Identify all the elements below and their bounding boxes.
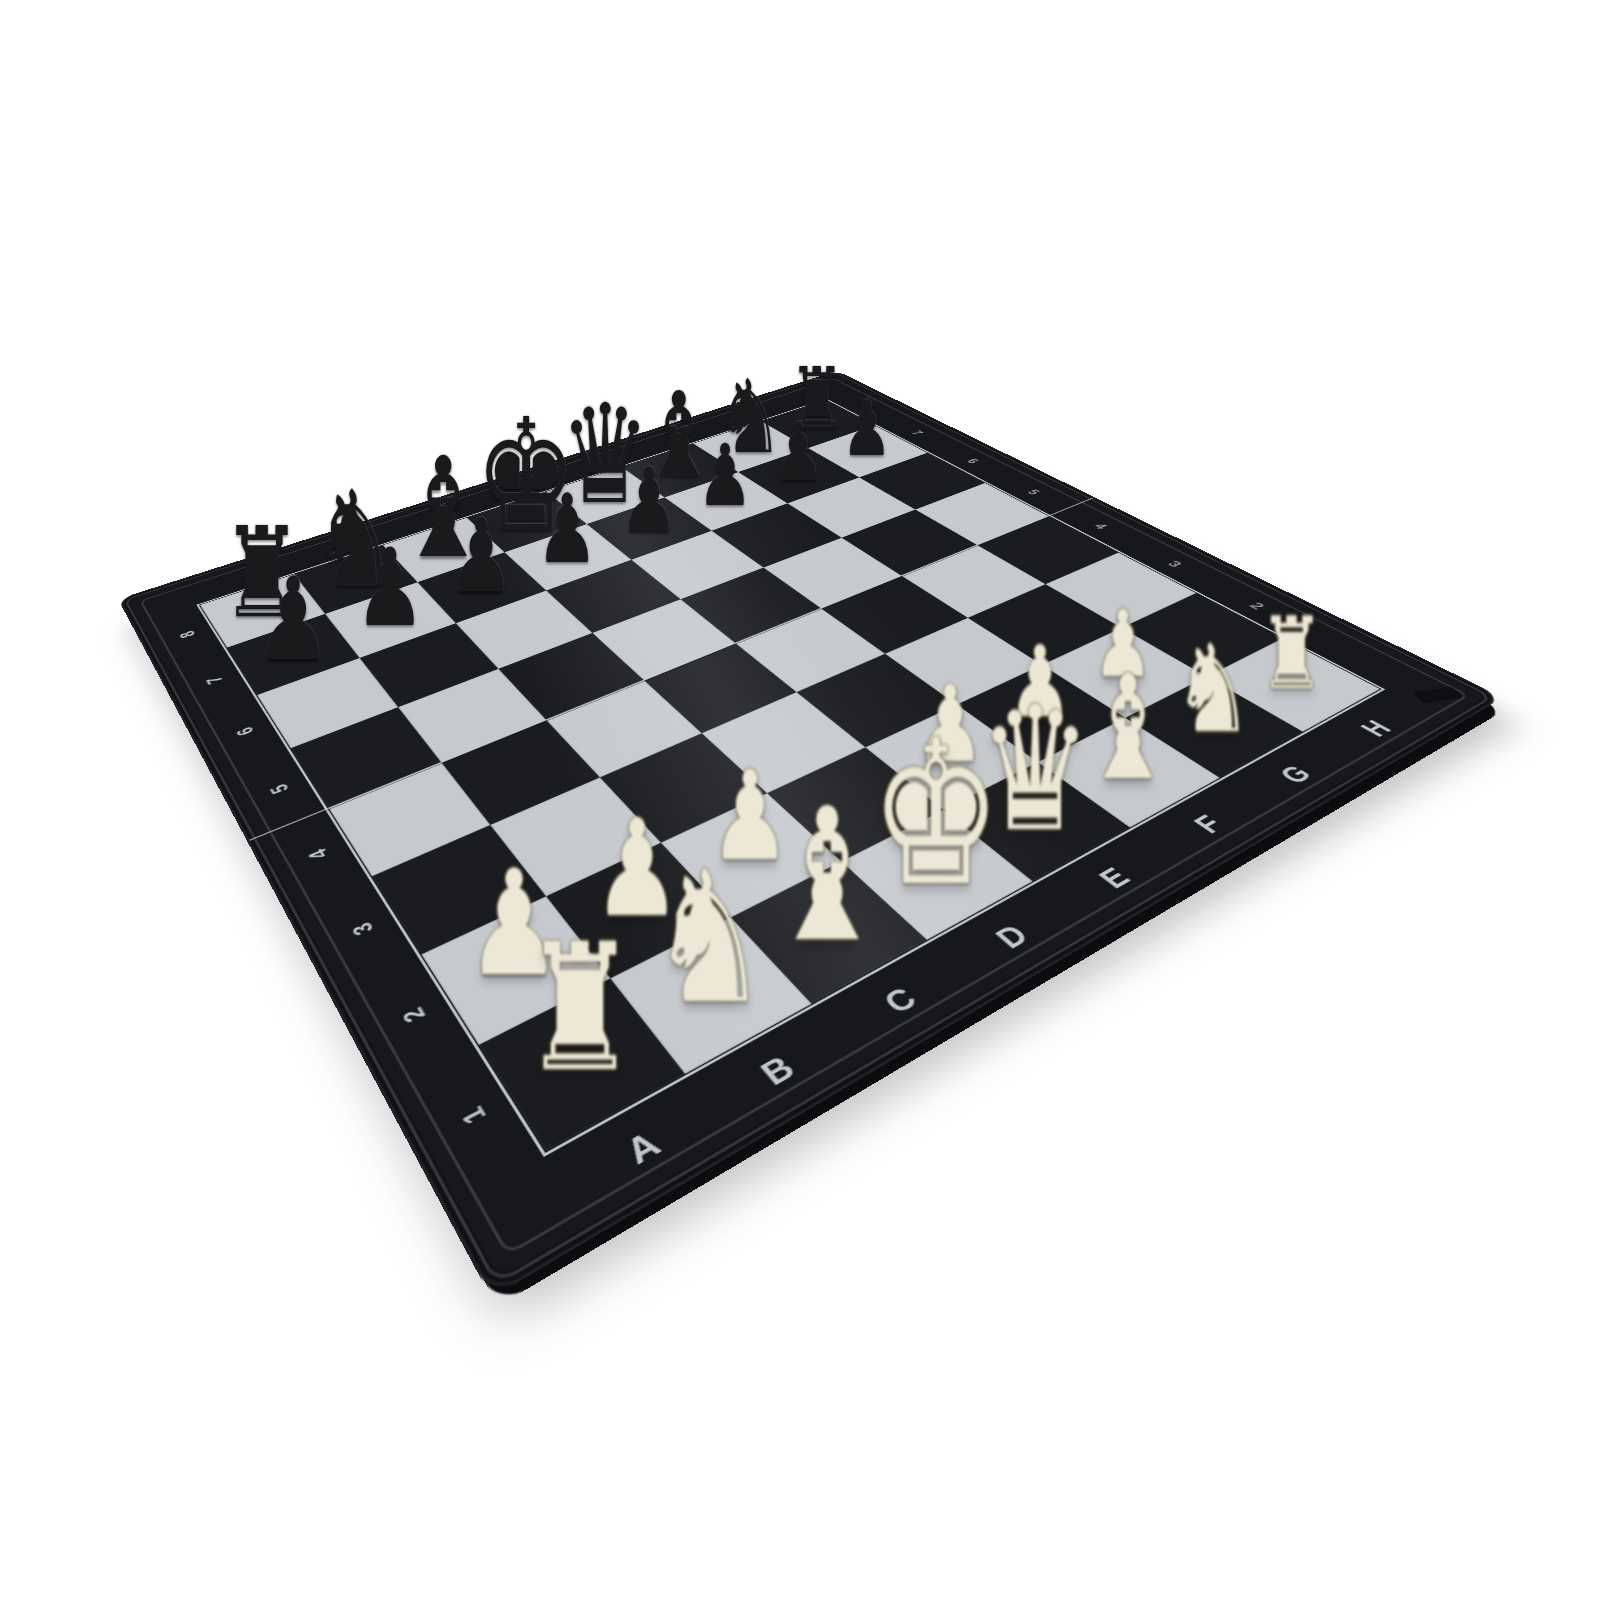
piece-black-pawn-f7[interactable]: ♟	[697, 433, 753, 518]
piece-black-pawn-e7[interactable]: ♟	[619, 456, 678, 546]
piece-white-rook-h1[interactable]: ♜	[1260, 605, 1325, 704]
piece-white-bishop-f1[interactable]: ♝	[1080, 657, 1175, 801]
piece-black-pawn-b7[interactable]: ♟	[354, 534, 425, 642]
piece-white-knight-g1[interactable]: ♞	[1173, 629, 1253, 751]
piece-black-pawn-a7[interactable]: ♟	[255, 563, 330, 678]
chess-set-photo: 87654321ABCDEFGH765432 ♜♞♟♝♟♛♟♚♟♝♟♞♟♜♟♟♟…	[0, 0, 1600, 1600]
piece-black-pawn-h7[interactable]: ♟	[842, 390, 892, 467]
piece-white-bishop-c1[interactable]: ♝	[767, 784, 887, 968]
piece-black-pawn-c7[interactable]: ♟	[448, 507, 515, 608]
piece-black-pawn-d7[interactable]: ♟	[536, 481, 599, 577]
piece-black-pawn-g7[interactable]: ♟	[772, 411, 825, 492]
piece-white-knight-b1[interactable]: ♞	[649, 848, 769, 1030]
piece-white-rook-a1[interactable]: ♜	[523, 921, 638, 1097]
piece-white-king-d1[interactable]: ♚	[870, 714, 1001, 914]
